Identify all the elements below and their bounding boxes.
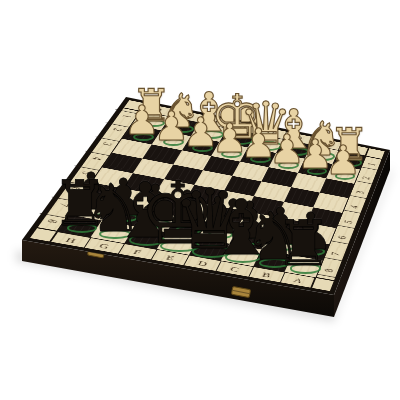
piece-black-rook-a8[interactable]: ♜	[275, 213, 331, 276]
chess-set-photo: HGFEDCBA HGFEDCBA 12345678 12345678 ♜♞♝♛…	[0, 0, 400, 400]
piece-white-pawn-a2[interactable]: ♟	[325, 140, 361, 180]
